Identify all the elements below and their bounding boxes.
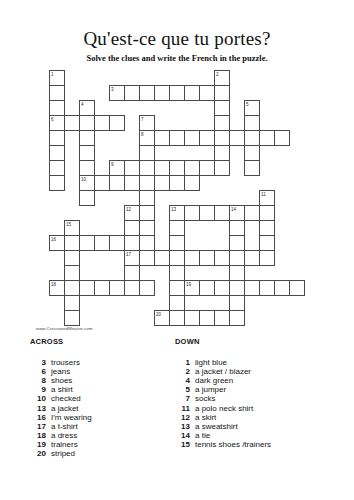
clue-number: 10	[30, 394, 46, 403]
grid-cell[interactable]	[94, 115, 110, 131]
grid-cell[interactable]	[79, 130, 95, 146]
down-clue-row: 1light blue	[175, 358, 271, 367]
grid-cell[interactable]	[49, 160, 65, 176]
across-list: 3trousers6jeans8shoes9a shirt10checked13…	[30, 358, 92, 458]
across-clues-section: ACROSS 3trousers6jeans8shoes9a shirt10ch…	[30, 337, 92, 458]
clue-number: 13	[175, 422, 190, 431]
grid-cell[interactable]	[79, 145, 95, 161]
grid-cell[interactable]	[109, 175, 125, 191]
grid-cell[interactable]	[169, 250, 185, 266]
grid-cell[interactable]	[169, 220, 185, 236]
clue-number: 18	[30, 431, 46, 440]
cell-number-label: 19	[186, 282, 191, 287]
clue-text: socks	[195, 394, 215, 403]
down-clue-row: 13a sweatshirt	[175, 422, 271, 431]
grid-cell[interactable]	[199, 250, 215, 266]
clue-number: 1	[175, 358, 190, 367]
cell-number-label: 14	[231, 207, 236, 212]
clue-number: 8	[30, 376, 46, 385]
grid-cell[interactable]	[64, 250, 80, 266]
cell-number-label: 3	[111, 87, 114, 92]
grid-cell[interactable]	[79, 160, 95, 176]
across-clue-row: 19trainers	[30, 440, 92, 449]
grid-cell[interactable]	[184, 175, 200, 191]
clue-text: a shirt	[51, 385, 73, 394]
grid-cell[interactable]	[124, 265, 140, 281]
across-clue-row: 3trousers	[30, 358, 92, 367]
clue-number: 2	[175, 367, 190, 376]
grid-cell[interactable]	[244, 160, 260, 176]
down-clue-row: 5a jumper	[175, 385, 271, 394]
clue-number: 20	[30, 449, 46, 458]
cell-number-label: 9	[111, 162, 114, 167]
clue-number: 3	[30, 358, 46, 367]
clue-text: a skirt	[195, 413, 216, 422]
grid-cell[interactable]	[169, 280, 185, 296]
grid-cell[interactable]	[259, 280, 275, 296]
clue-number: 15	[175, 440, 190, 449]
across-clue-row: 16I'm wearing	[30, 413, 92, 422]
grid-cell[interactable]	[64, 280, 80, 296]
grid-cell[interactable]	[259, 250, 275, 266]
grid-cell[interactable]	[124, 235, 140, 251]
clue-text: a jumper	[195, 385, 226, 394]
clue-text: trousers	[51, 358, 80, 367]
grid-cell[interactable]	[139, 145, 155, 161]
clue-text: trainers	[51, 440, 78, 449]
grid-cell[interactable]	[49, 145, 65, 161]
grid-cell[interactable]	[229, 130, 245, 146]
grid-cell[interactable]	[199, 160, 215, 176]
clue-text: light blue	[195, 358, 227, 367]
clue-number: 4	[175, 376, 190, 385]
grid-cell[interactable]	[214, 205, 230, 221]
clue-number: 14	[175, 431, 190, 440]
clue-number: 6	[30, 367, 46, 376]
cell-number-label: 1	[51, 72, 54, 77]
grid-cell[interactable]	[214, 130, 230, 146]
cell-number-label: 18	[51, 282, 56, 287]
grid-cell[interactable]	[124, 220, 140, 236]
grid-cell[interactable]	[184, 130, 200, 146]
grid-cell[interactable]	[184, 205, 200, 221]
grid-cell[interactable]	[244, 130, 260, 146]
grid-cell[interactable]	[229, 235, 245, 251]
grid-cell[interactable]	[259, 130, 275, 146]
grid-cell[interactable]	[214, 250, 230, 266]
clue-text: a sweatshirt	[195, 422, 238, 431]
grid-cell[interactable]	[124, 85, 140, 101]
cell-number-label: 15	[66, 222, 71, 227]
across-clue-row: 18a dress	[30, 431, 92, 440]
grid-cell[interactable]	[184, 310, 200, 326]
grid-cell[interactable]	[94, 280, 110, 296]
cell-number-label: 2	[216, 72, 219, 77]
clue-text: dark green	[195, 376, 233, 385]
grid-cell[interactable]	[139, 235, 155, 251]
cell-number-label: 10	[81, 177, 86, 182]
down-clue-row: 11a polo neck shirt	[175, 404, 271, 413]
clue-text: jeans	[51, 367, 70, 376]
grid-cell[interactable]	[64, 295, 80, 311]
clue-number: 16	[30, 413, 46, 422]
grid-cell[interactable]	[94, 175, 110, 191]
grid-cell[interactable]	[139, 250, 155, 266]
grid-cell[interactable]	[244, 145, 260, 161]
grid-cell[interactable]	[274, 280, 290, 296]
grid-cell[interactable]	[139, 220, 155, 236]
grid-cell[interactable]	[94, 235, 110, 251]
grid-cell[interactable]	[199, 310, 215, 326]
clue-text: a t-shirt	[51, 422, 78, 431]
grid-cell[interactable]	[169, 235, 185, 251]
grid-cell[interactable]	[229, 310, 245, 326]
grid-cell[interactable]	[214, 115, 230, 131]
grid-cell[interactable]	[184, 160, 200, 176]
cell-number-label: 7	[141, 117, 144, 122]
grid-cell[interactable]	[124, 160, 140, 176]
grid-cell[interactable]	[214, 160, 230, 176]
grid-cell[interactable]	[49, 175, 65, 191]
grid-cell[interactable]	[229, 220, 245, 236]
grid-cell[interactable]	[124, 280, 140, 296]
grid-cell[interactable]	[199, 130, 215, 146]
grid-cell[interactable]	[184, 250, 200, 266]
down-clue-row: 4dark green	[175, 376, 271, 385]
grid-cell[interactable]	[244, 250, 260, 266]
footer-credit: www.CrosswordWeaver.com	[36, 326, 93, 330]
grid-cell[interactable]	[169, 310, 185, 326]
clue-number: 11	[175, 404, 190, 413]
down-clue-row: 15tennis shoes /trainers	[175, 440, 271, 449]
crossword-grid: 1234567891011121314151617181920	[49, 70, 305, 326]
grid-cell[interactable]	[64, 265, 80, 281]
grid-cell[interactable]	[199, 85, 215, 101]
clue-text: a jacket / blazer	[195, 367, 251, 376]
grid-cell[interactable]	[64, 235, 80, 251]
cell-number-label: 4	[81, 102, 84, 107]
down-clue-row: 2a jacket / blazer	[175, 367, 271, 376]
down-header: DOWN	[175, 337, 271, 346]
grid-cell[interactable]	[154, 250, 170, 266]
down-clues-section: DOWN 1light blue2a jacket / blazer4dark …	[175, 337, 271, 449]
grid-cell[interactable]	[259, 205, 275, 221]
cell-number-label: 5	[246, 102, 249, 107]
grid-cell[interactable]	[214, 100, 230, 116]
across-header: ACROSS	[30, 337, 92, 346]
grid-cell[interactable]	[139, 160, 155, 176]
grid-cell[interactable]	[214, 280, 230, 296]
down-clue-row: 12a skirt	[175, 413, 271, 422]
grid-cell[interactable]	[154, 175, 170, 191]
grid-cell[interactable]	[274, 130, 290, 146]
cell-number-label: 20	[156, 312, 161, 317]
across-clue-row: 17a t-shirt	[30, 422, 92, 431]
cell-number-label: 13	[171, 207, 176, 212]
clue-number: 5	[175, 385, 190, 394]
clue-text: I'm wearing	[51, 413, 92, 422]
page-title: Qu'est-ce que tu portes?	[0, 28, 354, 50]
clue-number: 19	[30, 440, 46, 449]
clue-text: checked	[51, 394, 81, 403]
clue-number: 12	[175, 413, 190, 422]
grid-cell[interactable]	[79, 235, 95, 251]
grid-cell[interactable]	[214, 85, 230, 101]
across-clue-row: 13a jacket	[30, 404, 92, 413]
grid-cell[interactable]	[229, 280, 245, 296]
grid-cell[interactable]	[169, 130, 185, 146]
grid-cell[interactable]	[244, 205, 260, 221]
cell-number-label: 16	[51, 237, 56, 242]
grid-cell[interactable]	[79, 190, 95, 206]
grid-cell[interactable]	[289, 280, 305, 296]
clue-text: a polo neck shirt	[195, 404, 253, 413]
grid-cell[interactable]	[184, 85, 200, 101]
grid-cell[interactable]	[64, 115, 80, 131]
grid-cell[interactable]	[139, 205, 155, 221]
grid-cell[interactable]	[64, 310, 80, 326]
grid-cell[interactable]	[49, 130, 65, 146]
grid-cell[interactable]	[139, 85, 155, 101]
grid-cell[interactable]	[199, 280, 215, 296]
grid-cell[interactable]	[214, 310, 230, 326]
grid-cell[interactable]	[139, 175, 155, 191]
page-subtitle: Solve the clues and write the French in …	[0, 53, 354, 63]
clue-number: 7	[175, 394, 190, 403]
down-clue-row: 14a tie	[175, 431, 271, 440]
cell-number-label: 12	[126, 207, 131, 212]
across-clue-row: 20striped	[30, 449, 92, 458]
grid-cell[interactable]	[154, 85, 170, 101]
clue-number: 13	[30, 404, 46, 413]
across-clue-row: 9a shirt	[30, 385, 92, 394]
grid-cell[interactable]	[109, 280, 125, 296]
cell-number-label: 8	[141, 132, 144, 137]
clue-text: tennis shoes /trainers	[195, 440, 271, 449]
grid-cell[interactable]	[229, 295, 245, 311]
grid-cell[interactable]	[244, 115, 260, 131]
clue-text: a dress	[51, 431, 77, 440]
grid-cell[interactable]	[154, 130, 170, 146]
grid-cell[interactable]	[49, 85, 65, 101]
grid-cell[interactable]	[139, 280, 155, 296]
clue-text: a tie	[195, 431, 210, 440]
grid-cell[interactable]	[244, 280, 260, 296]
grid-cell[interactable]	[169, 160, 185, 176]
grid-cell[interactable]	[124, 175, 140, 191]
grid-cell[interactable]	[229, 250, 245, 266]
cell-number-label: 17	[126, 252, 131, 257]
grid-cell[interactable]	[139, 190, 155, 206]
cell-number-label: 6	[51, 117, 54, 122]
clue-number: 17	[30, 422, 46, 431]
grid-cell[interactable]	[109, 115, 125, 131]
grid-cell[interactable]	[259, 235, 275, 251]
grid-cell[interactable]	[229, 265, 245, 281]
across-clue-row: 6jeans	[30, 367, 92, 376]
grid-cell[interactable]	[259, 220, 275, 236]
grid-cell[interactable]	[109, 235, 125, 251]
across-clue-row: 10checked	[30, 394, 92, 403]
across-clue-row: 8shoes	[30, 376, 92, 385]
grid-cell[interactable]	[169, 265, 185, 281]
grid-cell[interactable]	[79, 280, 95, 296]
grid-cell[interactable]	[169, 175, 185, 191]
grid-cell[interactable]	[199, 205, 215, 221]
grid-cell[interactable]	[49, 100, 65, 116]
grid-cell[interactable]	[79, 115, 95, 131]
grid-cell[interactable]	[169, 85, 185, 101]
clue-text: striped	[51, 449, 75, 458]
clue-number: 9	[30, 385, 46, 394]
down-clue-row: 7socks	[175, 394, 271, 403]
grid-cell[interactable]	[214, 145, 230, 161]
grid-cell[interactable]	[154, 160, 170, 176]
clue-text: shoes	[51, 376, 72, 385]
grid-cell[interactable]	[169, 295, 185, 311]
cell-number-label: 11	[261, 192, 266, 197]
clue-text: a jacket	[51, 404, 79, 413]
down-list: 1light blue2a jacket / blazer4dark green…	[175, 358, 271, 449]
